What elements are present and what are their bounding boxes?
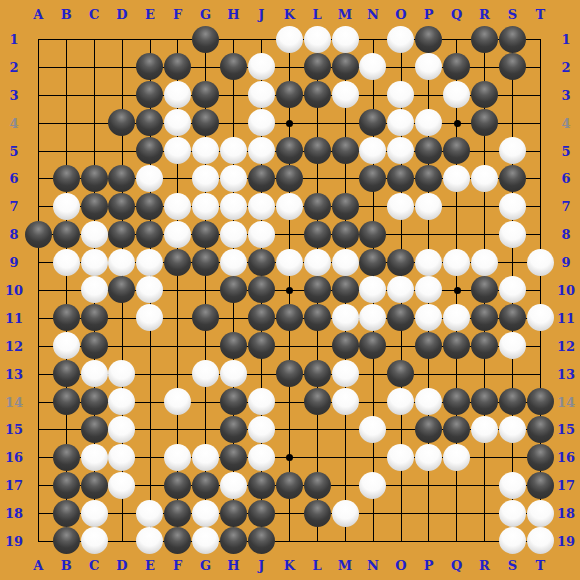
column-label-top: H xyxy=(227,8,239,21)
white-stone xyxy=(415,249,442,276)
column-label-top: L xyxy=(313,8,322,21)
white-stone xyxy=(387,26,414,53)
white-stone xyxy=(332,26,359,53)
black-stone xyxy=(499,388,526,415)
black-stone xyxy=(359,249,386,276)
black-stone xyxy=(192,221,219,248)
white-stone xyxy=(192,500,219,527)
column-label-top: T xyxy=(535,8,545,21)
white-stone xyxy=(248,388,275,415)
row-label-left: 8 xyxy=(9,228,18,241)
white-stone xyxy=(192,193,219,220)
white-stone xyxy=(248,137,275,164)
white-stone xyxy=(220,249,247,276)
white-stone xyxy=(220,221,247,248)
row-label-right: 5 xyxy=(561,144,570,157)
row-label-left: 2 xyxy=(9,60,18,73)
black-stone xyxy=(53,360,80,387)
black-stone xyxy=(527,388,554,415)
black-stone xyxy=(164,527,191,554)
white-stone xyxy=(499,193,526,220)
white-stone xyxy=(276,249,303,276)
row-label-left: 9 xyxy=(9,256,18,269)
column-label-top: J xyxy=(258,8,264,21)
column-label-bottom: P xyxy=(424,559,434,572)
black-stone xyxy=(164,500,191,527)
row-label-left: 12 xyxy=(5,339,23,352)
black-stone xyxy=(136,193,163,220)
white-stone xyxy=(471,416,498,443)
white-stone xyxy=(415,444,442,471)
black-stone xyxy=(304,193,331,220)
black-stone xyxy=(53,527,80,554)
black-stone xyxy=(499,26,526,53)
white-stone xyxy=(220,165,247,192)
white-stone xyxy=(527,249,554,276)
black-stone xyxy=(304,276,331,303)
row-label-right: 4 xyxy=(561,116,570,129)
white-stone xyxy=(136,527,163,554)
row-label-right: 3 xyxy=(561,88,570,101)
white-stone xyxy=(220,137,247,164)
black-stone xyxy=(220,527,247,554)
column-label-top: K xyxy=(284,8,295,21)
column-label-top: G xyxy=(200,8,211,21)
black-stone xyxy=(81,193,108,220)
white-stone xyxy=(248,81,275,108)
row-label-left: 13 xyxy=(5,367,23,380)
row-label-left: 11 xyxy=(5,311,23,324)
black-stone xyxy=(276,165,303,192)
column-label-top: E xyxy=(145,8,155,21)
column-label-top: P xyxy=(424,8,434,21)
black-stone xyxy=(276,81,303,108)
hoshi-point xyxy=(286,120,293,127)
white-stone xyxy=(499,527,526,554)
black-stone xyxy=(81,472,108,499)
white-stone xyxy=(53,249,80,276)
black-stone xyxy=(248,527,275,554)
black-stone xyxy=(304,81,331,108)
black-stone xyxy=(304,472,331,499)
black-stone xyxy=(220,444,247,471)
column-label-bottom: C xyxy=(89,559,99,572)
white-stone xyxy=(136,500,163,527)
black-stone xyxy=(81,304,108,331)
column-label-bottom: J xyxy=(258,559,264,572)
black-stone xyxy=(443,416,470,443)
black-stone xyxy=(53,304,80,331)
black-stone xyxy=(332,53,359,80)
row-label-right: 13 xyxy=(557,367,575,380)
white-stone xyxy=(220,472,247,499)
white-stone xyxy=(81,360,108,387)
white-stone xyxy=(471,249,498,276)
black-stone xyxy=(53,165,80,192)
black-stone xyxy=(527,444,554,471)
column-label-bottom: O xyxy=(395,559,406,572)
white-stone xyxy=(53,193,80,220)
row-label-left: 4 xyxy=(9,116,18,129)
black-stone xyxy=(276,137,303,164)
white-stone xyxy=(81,249,108,276)
black-stone xyxy=(359,221,386,248)
column-label-bottom: F xyxy=(173,559,182,572)
black-stone xyxy=(415,416,442,443)
column-label-bottom: R xyxy=(479,559,490,572)
white-stone xyxy=(81,500,108,527)
white-stone xyxy=(248,193,275,220)
white-stone xyxy=(332,304,359,331)
white-stone xyxy=(81,527,108,554)
row-label-right: 14 xyxy=(557,395,575,408)
black-stone xyxy=(192,26,219,53)
black-stone xyxy=(192,472,219,499)
black-stone xyxy=(332,193,359,220)
row-label-left: 17 xyxy=(5,479,23,492)
column-label-top: C xyxy=(89,8,99,21)
row-label-right: 18 xyxy=(557,507,575,520)
black-stone xyxy=(332,276,359,303)
white-stone xyxy=(220,360,247,387)
column-label-top: S xyxy=(508,8,517,21)
black-stone xyxy=(248,332,275,359)
black-stone xyxy=(53,444,80,471)
hoshi-point xyxy=(454,287,461,294)
row-label-left: 6 xyxy=(9,172,18,185)
column-label-bottom: H xyxy=(227,559,239,572)
column-label-bottom: K xyxy=(284,559,295,572)
row-label-right: 8 xyxy=(561,228,570,241)
black-stone xyxy=(471,26,498,53)
black-stone xyxy=(53,221,80,248)
black-stone xyxy=(81,388,108,415)
white-stone xyxy=(53,332,80,359)
black-stone xyxy=(527,416,554,443)
black-stone xyxy=(415,165,442,192)
black-stone xyxy=(53,500,80,527)
column-label-bottom: M xyxy=(338,559,352,572)
white-stone xyxy=(276,26,303,53)
black-stone xyxy=(387,249,414,276)
go-board[interactable]: ABCDEFGHJKLMNOPQRSTABCDEFGHJKLMNOPQRST12… xyxy=(0,0,580,580)
black-stone xyxy=(248,165,275,192)
white-stone xyxy=(499,137,526,164)
row-label-right: 11 xyxy=(557,311,575,324)
black-stone xyxy=(220,500,247,527)
white-stone xyxy=(499,332,526,359)
white-stone xyxy=(443,165,470,192)
row-label-right: 16 xyxy=(557,451,575,464)
white-stone xyxy=(387,444,414,471)
black-stone xyxy=(332,137,359,164)
white-stone xyxy=(276,193,303,220)
black-stone xyxy=(332,221,359,248)
white-stone xyxy=(164,444,191,471)
white-stone xyxy=(332,249,359,276)
white-stone xyxy=(304,249,331,276)
black-stone xyxy=(53,388,80,415)
white-stone xyxy=(332,81,359,108)
white-stone xyxy=(164,221,191,248)
black-stone xyxy=(499,165,526,192)
hoshi-point xyxy=(454,120,461,127)
black-stone xyxy=(81,416,108,443)
column-label-top: N xyxy=(367,8,379,21)
column-label-bottom: S xyxy=(508,559,517,572)
white-stone xyxy=(527,527,554,554)
row-label-left: 10 xyxy=(5,283,23,296)
black-stone xyxy=(304,221,331,248)
white-stone xyxy=(248,109,275,136)
black-stone xyxy=(415,26,442,53)
row-label-left: 19 xyxy=(5,534,23,547)
row-label-left: 16 xyxy=(5,451,23,464)
column-label-top: R xyxy=(479,8,490,21)
black-stone xyxy=(248,472,275,499)
white-stone xyxy=(332,360,359,387)
white-stone xyxy=(248,221,275,248)
row-label-right: 1 xyxy=(561,33,570,46)
row-label-right: 15 xyxy=(557,423,575,436)
column-label-bottom: E xyxy=(145,559,155,572)
white-stone xyxy=(359,472,386,499)
column-label-bottom: T xyxy=(535,559,545,572)
black-stone xyxy=(304,388,331,415)
column-label-bottom: G xyxy=(200,559,211,572)
black-stone xyxy=(220,416,247,443)
white-stone xyxy=(136,249,163,276)
white-stone xyxy=(527,304,554,331)
white-stone xyxy=(192,165,219,192)
column-label-top: D xyxy=(116,8,127,21)
column-label-bottom: N xyxy=(367,559,379,572)
white-stone xyxy=(443,249,470,276)
black-stone xyxy=(192,249,219,276)
black-stone xyxy=(276,304,303,331)
white-stone xyxy=(499,416,526,443)
white-stone xyxy=(415,193,442,220)
column-label-top: B xyxy=(61,8,72,21)
white-stone xyxy=(499,221,526,248)
column-label-bottom: D xyxy=(116,559,127,572)
column-label-bottom: Q xyxy=(451,559,462,572)
column-label-top: M xyxy=(338,8,352,21)
black-stone xyxy=(471,388,498,415)
row-label-left: 15 xyxy=(5,423,23,436)
row-label-right: 17 xyxy=(557,479,575,492)
row-label-right: 10 xyxy=(557,283,575,296)
white-stone xyxy=(81,444,108,471)
black-stone xyxy=(527,472,554,499)
black-stone xyxy=(304,304,331,331)
black-stone xyxy=(276,472,303,499)
white-stone xyxy=(499,472,526,499)
column-label-bottom: L xyxy=(313,559,322,572)
column-label-top: Q xyxy=(451,8,462,21)
white-stone xyxy=(387,193,414,220)
white-stone xyxy=(471,165,498,192)
row-label-right: 7 xyxy=(561,200,570,213)
column-label-bottom: B xyxy=(61,559,72,572)
white-stone xyxy=(304,26,331,53)
black-stone xyxy=(304,137,331,164)
white-stone xyxy=(108,249,135,276)
row-label-right: 2 xyxy=(561,60,570,73)
white-stone xyxy=(192,527,219,554)
white-stone xyxy=(220,193,247,220)
row-label-left: 18 xyxy=(5,507,23,520)
black-stone xyxy=(53,472,80,499)
white-stone xyxy=(108,472,135,499)
black-stone xyxy=(276,360,303,387)
white-stone xyxy=(81,221,108,248)
black-stone xyxy=(443,137,470,164)
white-stone xyxy=(192,444,219,471)
row-label-right: 9 xyxy=(561,256,570,269)
column-label-bottom: A xyxy=(33,559,43,572)
black-stone xyxy=(248,500,275,527)
white-stone xyxy=(248,416,275,443)
black-stone xyxy=(220,388,247,415)
white-stone xyxy=(499,500,526,527)
row-label-left: 5 xyxy=(9,144,18,157)
white-stone xyxy=(164,193,191,220)
column-label-top: O xyxy=(395,8,406,21)
black-stone xyxy=(25,221,52,248)
row-label-left: 7 xyxy=(9,200,18,213)
black-stone xyxy=(332,332,359,359)
white-stone xyxy=(248,444,275,471)
white-stone xyxy=(443,444,470,471)
white-stone xyxy=(527,500,554,527)
row-label-left: 3 xyxy=(9,88,18,101)
black-stone xyxy=(81,332,108,359)
black-stone xyxy=(304,53,331,80)
row-label-right: 12 xyxy=(557,339,575,352)
black-stone xyxy=(81,165,108,192)
row-label-right: 6 xyxy=(561,172,570,185)
row-label-left: 14 xyxy=(5,395,23,408)
row-label-right: 19 xyxy=(557,534,575,547)
black-stone xyxy=(471,109,498,136)
column-label-top: F xyxy=(173,8,182,21)
black-stone xyxy=(164,472,191,499)
row-label-left: 1 xyxy=(9,33,18,46)
white-stone xyxy=(192,137,219,164)
black-stone xyxy=(304,360,331,387)
black-stone xyxy=(108,221,135,248)
white-stone xyxy=(332,500,359,527)
white-stone xyxy=(332,388,359,415)
black-stone xyxy=(304,500,331,527)
black-stone xyxy=(164,249,191,276)
column-label-top: A xyxy=(33,8,43,21)
white-stone xyxy=(81,276,108,303)
black-stone xyxy=(443,388,470,415)
black-stone xyxy=(248,249,275,276)
black-stone xyxy=(136,221,163,248)
